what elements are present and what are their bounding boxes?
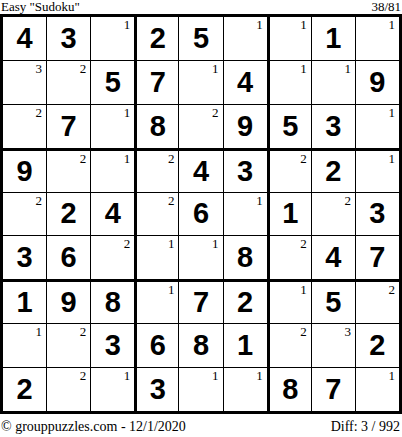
given-digit: 5	[105, 68, 121, 97]
given-digit: 5	[193, 24, 209, 53]
cell-r7c8[interactable]: 5	[312, 280, 355, 323]
given-digit: 5	[325, 288, 341, 317]
given-digit: 1	[16, 288, 32, 317]
pencil-mark: 1	[300, 282, 307, 297]
given-digit: 2	[369, 331, 385, 360]
cell-r4c1[interactable]: 9	[3, 149, 46, 192]
cell-r7c7[interactable]: 1	[268, 280, 311, 323]
pencil-mark: 2	[124, 236, 131, 251]
given-digit: 8	[150, 112, 166, 141]
cell-r6c1[interactable]: 3	[3, 236, 46, 279]
cell-r2c3[interactable]: 5	[91, 61, 134, 104]
given-digit: 2	[325, 157, 341, 186]
pencil-mark: 2	[168, 151, 175, 166]
pencil-mark: 1	[124, 151, 131, 166]
given-digit: 2	[61, 199, 77, 228]
cell-r9c4[interactable]: 3	[135, 368, 178, 411]
pencil-mark: 1	[388, 368, 395, 383]
pencil-mark: 3	[344, 324, 351, 339]
cell-r3c1[interactable]: 2	[3, 105, 46, 148]
pencil-mark: 1	[388, 17, 395, 32]
cell-r4c9[interactable]: 1	[356, 149, 399, 192]
given-digit: 7	[61, 112, 77, 141]
cell-r5c7[interactable]: 1	[268, 193, 311, 236]
given-digit: 9	[61, 288, 77, 317]
given-digit: 2	[237, 288, 253, 317]
pencil-mark: 1	[168, 236, 175, 251]
pencil-mark: 2	[300, 151, 307, 166]
cell-r2c8[interactable]: 1	[312, 61, 355, 104]
cell-r9c9[interactable]: 1	[356, 368, 399, 411]
cell-r7c9[interactable]: 2	[356, 280, 399, 323]
pencil-mark: 1	[212, 236, 219, 251]
given-digit: 3	[61, 24, 77, 53]
cell-r5c1[interactable]: 2	[3, 193, 46, 236]
pencil-mark: 1	[256, 368, 263, 383]
cell-r8c1[interactable]: 1	[3, 324, 46, 367]
cell-r9c1[interactable]: 2	[3, 368, 46, 411]
cell-r6c7[interactable]: 2	[268, 236, 311, 279]
pencil-mark: 2	[80, 368, 87, 383]
given-digit: 1	[325, 24, 341, 53]
given-digit: 9	[369, 68, 385, 97]
cell-r8c9[interactable]: 2	[356, 324, 399, 367]
given-digit: 3	[369, 199, 385, 228]
cell-r9c8[interactable]: 7	[312, 368, 355, 411]
given-digit: 8	[237, 243, 253, 272]
cell-r1c3[interactable]: 1	[91, 17, 134, 60]
cell-r1c5[interactable]: 5	[179, 17, 222, 60]
given-digit: 1	[282, 199, 298, 228]
pencil-mark: 2	[36, 105, 43, 120]
given-digit: 8	[282, 375, 298, 404]
cell-r6c4[interactable]: 1	[135, 236, 178, 279]
cell-r8c4[interactable]: 6	[135, 324, 178, 367]
pencil-mark: 1	[300, 17, 307, 32]
pencil-mark: 1	[124, 17, 131, 32]
cell-r4c3[interactable]: 1	[91, 149, 134, 192]
given-digit: 4	[325, 243, 341, 272]
cell-r7c4[interactable]: 1	[135, 280, 178, 323]
pencil-mark: 2	[80, 61, 87, 76]
cell-r5c3[interactable]: 4	[91, 193, 134, 236]
given-digit: 3	[237, 157, 253, 186]
given-digit: 6	[150, 331, 166, 360]
pencil-mark: 3	[36, 61, 43, 76]
cell-r6c6[interactable]: 8	[224, 236, 267, 279]
given-digit: 5	[282, 112, 298, 141]
given-digit: 1	[237, 331, 253, 360]
cell-r1c2[interactable]: 3	[47, 17, 90, 60]
cell-r3c2[interactable]: 7	[47, 105, 90, 148]
copyright-text: © grouppuzzles.com - 12/1/2020	[1, 419, 186, 435]
given-digit: 4	[105, 199, 121, 228]
pencil-mark: 1	[256, 193, 263, 208]
cell-r2c5[interactable]: 1	[179, 61, 222, 104]
sudoku-board: 4312511113257141192718295319212432212242…	[0, 14, 402, 414]
cell-r8c2[interactable]: 2	[47, 324, 90, 367]
cell-r1c4[interactable]: 2	[135, 17, 178, 60]
cell-r7c6[interactable]: 2	[224, 280, 267, 323]
cell-r3c6[interactable]: 9	[224, 105, 267, 148]
cell-r2c6[interactable]: 4	[224, 61, 267, 104]
given-digit: 3	[105, 331, 121, 360]
cell-r7c3[interactable]: 8	[91, 280, 134, 323]
cell-r9c2[interactable]: 2	[47, 368, 90, 411]
header: Easy "Sudoku" 38/81	[0, 0, 402, 14]
cell-r4c8[interactable]: 2	[312, 149, 355, 192]
footer: © grouppuzzles.com - 12/1/2020 Diff: 3 /…	[0, 416, 402, 437]
cell-r3c4[interactable]: 8	[135, 105, 178, 148]
difficulty-text: Diff: 3 / 992	[331, 419, 400, 435]
given-digit: 6	[193, 199, 209, 228]
given-digit: 8	[105, 288, 121, 317]
pencil-mark: 2	[300, 324, 307, 339]
cell-r4c2[interactable]: 2	[47, 149, 90, 192]
cell-r6c5[interactable]: 1	[179, 236, 222, 279]
given-digit: 3	[150, 375, 166, 404]
given-digit: 2	[150, 24, 166, 53]
pencil-mark: 1	[300, 61, 307, 76]
cell-r4c7[interactable]: 2	[268, 149, 311, 192]
given-digit: 9	[16, 157, 32, 186]
pencil-mark: 1	[256, 17, 263, 32]
given-digit: 6	[61, 243, 77, 272]
given-digit: 2	[16, 375, 32, 404]
cell-r1c7[interactable]: 1	[268, 17, 311, 60]
puzzle-title: Easy "Sudoku"	[1, 0, 80, 13]
pencil-mark: 2	[212, 105, 219, 120]
cell-r5c9[interactable]: 3	[356, 193, 399, 236]
cell-r6c9[interactable]: 7	[356, 236, 399, 279]
pencil-mark: 1	[388, 105, 395, 120]
pencil-mark: 1	[124, 105, 131, 120]
pencil-mark: 1	[124, 368, 131, 383]
pencil-mark: 1	[36, 324, 43, 339]
cell-r4c5[interactable]: 4	[179, 149, 222, 192]
pencil-mark: 1	[344, 61, 351, 76]
given-digit: 4	[193, 157, 209, 186]
sudoku-page: Easy "Sudoku" 38/81 43125111132571411927…	[0, 0, 402, 437]
cell-r2c1[interactable]: 3	[3, 61, 46, 104]
pencil-mark: 1	[388, 151, 395, 166]
cell-r1c1[interactable]: 4	[3, 17, 46, 60]
given-digit: 7	[369, 243, 385, 272]
cell-r5c8[interactable]: 2	[312, 193, 355, 236]
given-digit: 9	[237, 112, 253, 141]
cell-r8c3[interactable]: 3	[91, 324, 134, 367]
cell-r8c8[interactable]: 3	[312, 324, 355, 367]
cell-r9c6[interactable]: 1	[224, 368, 267, 411]
cell-r4c4[interactable]: 2	[135, 149, 178, 192]
cell-r3c7[interactable]: 5	[268, 105, 311, 148]
given-digit: 7	[193, 288, 209, 317]
cell-r1c9[interactable]: 1	[356, 17, 399, 60]
cell-r6c2[interactable]: 6	[47, 236, 90, 279]
cell-r3c3[interactable]: 1	[91, 105, 134, 148]
pencil-mark: 2	[80, 324, 87, 339]
pencil-mark: 1	[212, 61, 219, 76]
cell-r2c9[interactable]: 9	[356, 61, 399, 104]
progress-counter: 38/81	[371, 0, 401, 13]
cell-r1c6[interactable]: 1	[224, 17, 267, 60]
cell-r7c5[interactable]: 7	[179, 280, 222, 323]
cell-r3c8[interactable]: 3	[312, 105, 355, 148]
cell-r2c4[interactable]: 7	[135, 61, 178, 104]
pencil-mark: 2	[388, 282, 395, 297]
pencil-mark: 2	[344, 193, 351, 208]
cell-r5c5[interactable]: 6	[179, 193, 222, 236]
cell-r2c7[interactable]: 1	[268, 61, 311, 104]
cell-r5c4[interactable]: 2	[135, 193, 178, 236]
cell-r5c6[interactable]: 1	[224, 193, 267, 236]
cell-r3c5[interactable]: 2	[179, 105, 222, 148]
given-digit: 4	[16, 24, 32, 53]
given-digit: 4	[237, 68, 253, 97]
cell-r3c9[interactable]: 1	[356, 105, 399, 148]
given-digit: 7	[325, 375, 341, 404]
given-digit: 3	[16, 243, 32, 272]
cell-r7c1[interactable]: 1	[3, 280, 46, 323]
pencil-mark: 1	[212, 368, 219, 383]
cell-r9c3[interactable]: 1	[91, 368, 134, 411]
pencil-mark: 2	[168, 193, 175, 208]
cell-r9c7[interactable]: 8	[268, 368, 311, 411]
pencil-mark: 1	[168, 282, 175, 297]
cell-r7c2[interactable]: 9	[47, 280, 90, 323]
pencil-mark: 2	[36, 193, 43, 208]
cell-r2c2[interactable]: 2	[47, 61, 90, 104]
cell-r5c2[interactable]: 2	[47, 193, 90, 236]
pencil-mark: 2	[80, 151, 87, 166]
given-digit: 8	[193, 331, 209, 360]
given-digit: 3	[325, 112, 341, 141]
pencil-mark: 2	[300, 236, 307, 251]
cell-r4c6[interactable]: 3	[224, 149, 267, 192]
cell-r6c8[interactable]: 4	[312, 236, 355, 279]
cell-r6c3[interactable]: 2	[91, 236, 134, 279]
cell-r8c7[interactable]: 2	[268, 324, 311, 367]
cell-r9c5[interactable]: 1	[179, 368, 222, 411]
cell-r8c5[interactable]: 8	[179, 324, 222, 367]
cell-r1c8[interactable]: 1	[312, 17, 355, 60]
cell-r8c6[interactable]: 1	[224, 324, 267, 367]
given-digit: 7	[150, 68, 166, 97]
